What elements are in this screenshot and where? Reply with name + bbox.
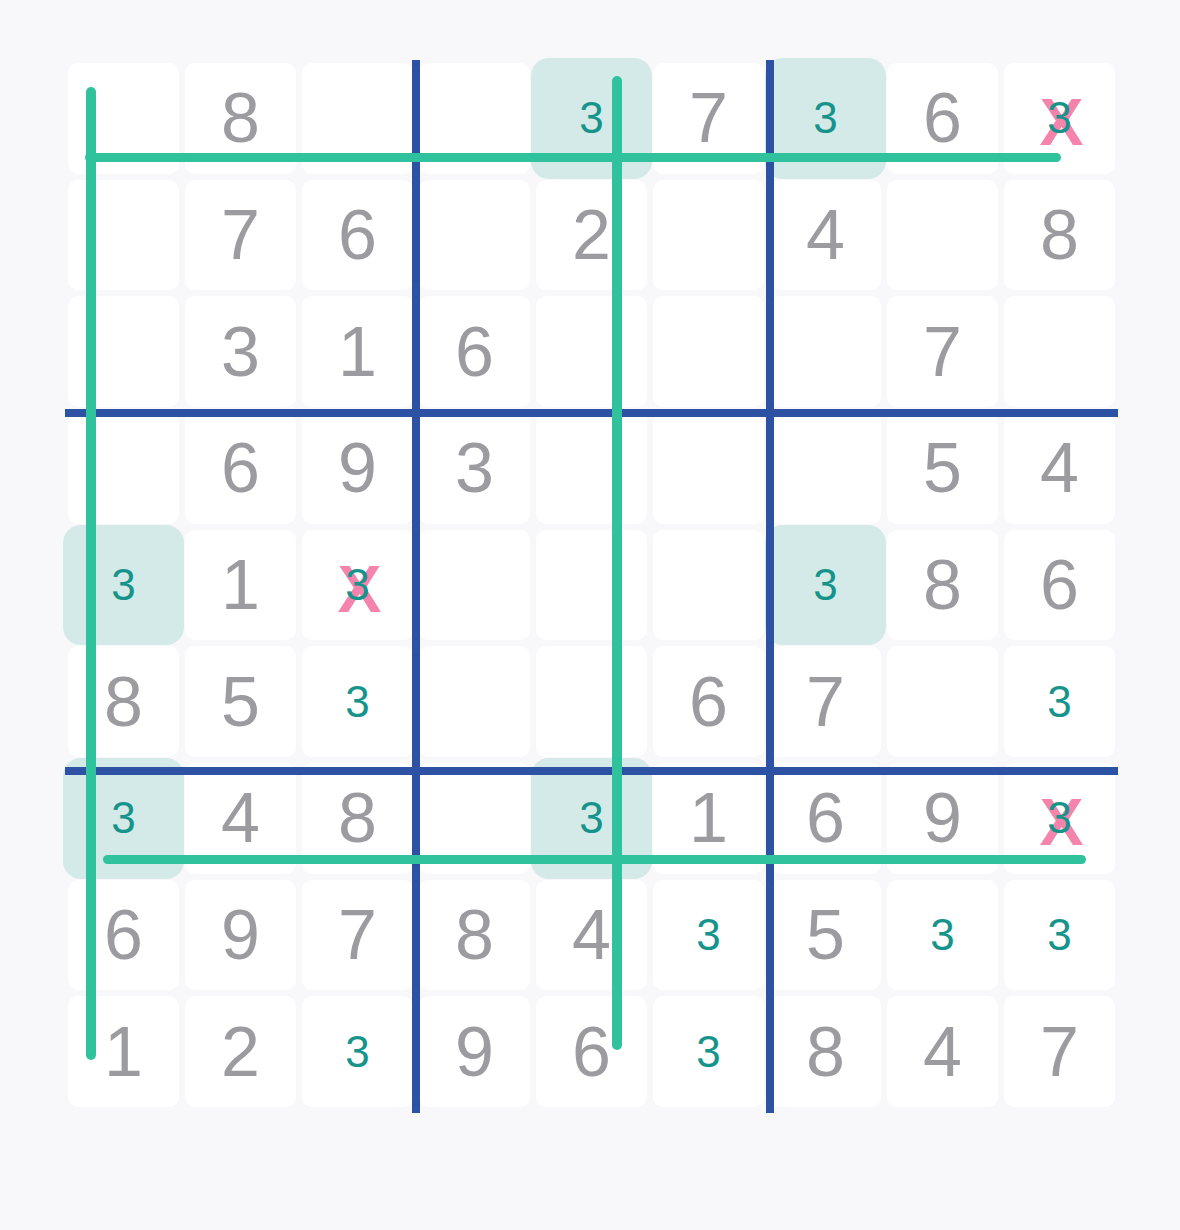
cell-r3c1[interactable] [65, 293, 182, 410]
given-digit: 4 [533, 877, 650, 994]
cell-r6c6[interactable]: 6 [650, 643, 767, 760]
given-digit: 6 [650, 643, 767, 760]
cell-r3c4[interactable]: 6 [416, 293, 533, 410]
cell-card [68, 296, 179, 407]
cell-r6c7[interactable]: 7 [767, 643, 884, 760]
cell-r9c7[interactable]: 8 [767, 993, 884, 1110]
cell-r9c4[interactable]: 9 [416, 993, 533, 1110]
cell-r8c5[interactable]: 4 [533, 877, 650, 994]
cell-r4c2[interactable]: 6 [182, 410, 299, 527]
cell-r3c8[interactable]: 7 [884, 293, 1001, 410]
cell-r9c2[interactable]: 2 [182, 993, 299, 1110]
given-digit: 7 [767, 643, 884, 760]
cell-r4c4[interactable]: 3 [416, 410, 533, 527]
cell-r9c1[interactable]: 1 [65, 993, 182, 1110]
cell-r6c8[interactable] [884, 643, 1001, 760]
box-divider-horizontal-bottom [65, 767, 1118, 775]
technique-line-row-1 [85, 153, 1061, 162]
cell-card [536, 296, 647, 407]
cell-r5c2[interactable]: 1 [182, 527, 299, 644]
cell-r2c5[interactable]: 2 [533, 177, 650, 294]
given-digit: 1 [182, 527, 299, 644]
cell-r9c9[interactable]: 7 [1001, 993, 1118, 1110]
given-digit: 4 [1001, 410, 1118, 527]
cell-r9c3[interactable]: 3 [299, 993, 416, 1110]
given-digit: 4 [884, 993, 1001, 1110]
given-digit: 7 [182, 177, 299, 294]
given-digit: 8 [884, 527, 1001, 644]
given-digit: 6 [533, 993, 650, 1110]
cell-r4c3[interactable]: 9 [299, 410, 416, 527]
cell-r2c8[interactable] [884, 177, 1001, 294]
sudoku-board: 83736X37624831676935431X3386853673348316… [65, 60, 1118, 1110]
cell-r6c1[interactable]: 8 [65, 643, 182, 760]
cell-r8c8[interactable]: 3 [884, 877, 1001, 994]
cell-card [536, 646, 647, 757]
cell-r6c9[interactable]: 3 [1001, 643, 1118, 760]
cell-r5c4[interactable] [416, 527, 533, 644]
cell-r8c9[interactable]: 3 [1001, 877, 1118, 994]
cell-r2c2[interactable]: 7 [182, 177, 299, 294]
given-digit: 1 [65, 993, 182, 1110]
cell-r5c1[interactable]: 3 [65, 527, 182, 644]
pencil-digit: 3 [650, 877, 767, 994]
cell-r2c9[interactable]: 8 [1001, 177, 1118, 294]
given-digit: 4 [767, 177, 884, 294]
given-digit: 8 [1001, 177, 1118, 294]
cell-card [536, 413, 647, 524]
cell-card [1004, 296, 1115, 407]
cell-r5c7[interactable]: 3 [767, 527, 884, 644]
pencil-digit: 3 [1001, 643, 1118, 760]
cell-r9c8[interactable]: 4 [884, 993, 1001, 1110]
cell-card [653, 413, 764, 524]
cell-card [887, 180, 998, 291]
cell-r6c4[interactable] [416, 643, 533, 760]
cell-card [68, 180, 179, 291]
cell-r4c9[interactable]: 4 [1001, 410, 1118, 527]
cell-card [536, 530, 647, 641]
cell-card [770, 413, 881, 524]
cell-r2c4[interactable] [416, 177, 533, 294]
cell-card [887, 646, 998, 757]
given-digit: 9 [416, 993, 533, 1110]
cell-r8c2[interactable]: 9 [182, 877, 299, 994]
technique-line-col-5 [612, 76, 622, 1050]
cell-card [770, 296, 881, 407]
pencil-digit: 3 [1001, 877, 1118, 994]
cell-r3c7[interactable] [767, 293, 884, 410]
cell-r9c5[interactable]: 6 [533, 993, 650, 1110]
technique-line-row-7 [103, 855, 1086, 864]
given-digit: 7 [1001, 993, 1118, 1110]
technique-line-col-1 [86, 87, 96, 1060]
given-digit: 5 [182, 643, 299, 760]
cell-card [653, 180, 764, 291]
cell-r3c2[interactable]: 3 [182, 293, 299, 410]
cell-card [653, 296, 764, 407]
cell-card [68, 413, 179, 524]
cell-r3c6[interactable] [650, 293, 767, 410]
cell-r8c1[interactable]: 6 [65, 877, 182, 994]
pencil-digit: 3 [650, 993, 767, 1110]
given-digit: 3 [416, 410, 533, 527]
cell-card [419, 646, 530, 757]
cell-card [419, 530, 530, 641]
cell-r8c6[interactable]: 3 [650, 877, 767, 994]
given-digit: 6 [1001, 527, 1118, 644]
cell-r8c7[interactable]: 5 [767, 877, 884, 994]
cell-r4c7[interactable] [767, 410, 884, 527]
given-digit: 5 [884, 410, 1001, 527]
cell-r9c6[interactable]: 3 [650, 993, 767, 1110]
cell-card [419, 180, 530, 291]
given-digit: 9 [182, 877, 299, 994]
cell-r2c3[interactable]: 6 [299, 177, 416, 294]
cell-r3c9[interactable] [1001, 293, 1118, 410]
cell-r5c8[interactable]: 8 [884, 527, 1001, 644]
cell-r5c3[interactable]: X3 [299, 527, 416, 644]
pencil-digit: 3 [299, 527, 416, 644]
cell-r4c6[interactable] [650, 410, 767, 527]
given-digit: 7 [884, 293, 1001, 410]
cell-r6c5[interactable] [533, 643, 650, 760]
cell-r5c9[interactable]: 6 [1001, 527, 1118, 644]
cell-r8c3[interactable]: 7 [299, 877, 416, 994]
cell-r4c8[interactable]: 5 [884, 410, 1001, 527]
box-divider-horizontal-top [65, 409, 1118, 417]
box-divider-vertical-left [412, 60, 420, 1113]
cell-r6c2[interactable]: 5 [182, 643, 299, 760]
given-digit: 1 [299, 293, 416, 410]
cell-r3c5[interactable] [533, 293, 650, 410]
cell-r6c3[interactable]: 3 [299, 643, 416, 760]
given-digit: 7 [299, 877, 416, 994]
cell-r8c4[interactable]: 8 [416, 877, 533, 994]
given-digit: 2 [533, 177, 650, 294]
box-divider-vertical-right [766, 60, 774, 1113]
given-digit: 2 [182, 993, 299, 1110]
cell-card [653, 530, 764, 641]
given-digit: 8 [767, 993, 884, 1110]
given-digit: 6 [65, 877, 182, 994]
given-digit: 8 [416, 877, 533, 994]
cell-r2c6[interactable] [650, 177, 767, 294]
cell-r5c5[interactable] [533, 527, 650, 644]
given-digit: 5 [767, 877, 884, 994]
given-digit: 3 [182, 293, 299, 410]
given-digit: 6 [182, 410, 299, 527]
cell-r3c3[interactable]: 1 [299, 293, 416, 410]
given-digit: 6 [299, 177, 416, 294]
given-digit: 9 [299, 410, 416, 527]
given-digit: 6 [416, 293, 533, 410]
cell-r4c5[interactable] [533, 410, 650, 527]
pencil-digit: 3 [299, 993, 416, 1110]
cell-r2c1[interactable] [65, 177, 182, 294]
pencil-digit: 3 [65, 527, 182, 644]
pencil-digit: 3 [884, 877, 1001, 994]
cell-r2c7[interactable]: 4 [767, 177, 884, 294]
cell-r5c6[interactable] [650, 527, 767, 644]
cell-r4c1[interactable] [65, 410, 182, 527]
pencil-digit: 3 [299, 643, 416, 760]
pencil-digit: 3 [767, 527, 884, 644]
given-digit: 8 [65, 643, 182, 760]
